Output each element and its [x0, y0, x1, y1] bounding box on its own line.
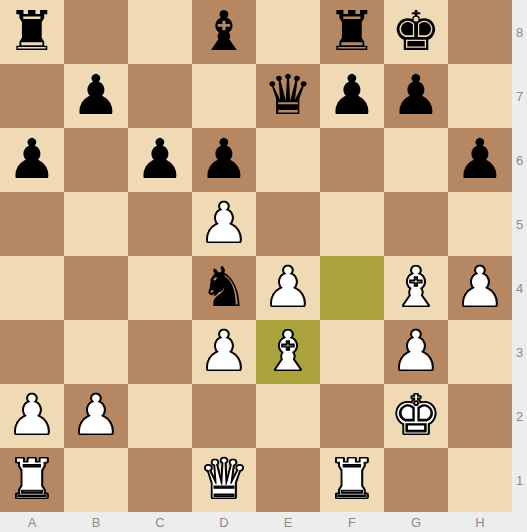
square-d4[interactable]: ♞ [192, 256, 256, 320]
piece-white-pawn[interactable]: ♟ [0, 384, 64, 448]
square-a7[interactable] [0, 64, 64, 128]
piece-white-king[interactable]: ♚ [384, 384, 448, 448]
square-f4[interactable] [320, 256, 384, 320]
square-e3[interactable]: ♝ [256, 320, 320, 384]
square-d6[interactable]: ♟ [192, 128, 256, 192]
square-f3[interactable] [320, 320, 384, 384]
square-a6[interactable]: ♟ [0, 128, 64, 192]
square-c1[interactable] [128, 448, 192, 512]
piece-black-bishop[interactable]: ♝ [192, 0, 256, 64]
file-label-a: A [0, 512, 64, 532]
rank-label-2: 2 [512, 384, 527, 448]
square-d2[interactable] [192, 384, 256, 448]
square-h5[interactable] [448, 192, 512, 256]
rank-label-8: 8 [512, 0, 527, 64]
square-e7[interactable]: ♛ [256, 64, 320, 128]
square-b6[interactable] [64, 128, 128, 192]
file-label-e: E [256, 512, 320, 532]
square-c5[interactable] [128, 192, 192, 256]
square-c4[interactable] [128, 256, 192, 320]
piece-white-pawn[interactable]: ♟ [256, 256, 320, 320]
square-e6[interactable] [256, 128, 320, 192]
square-h6[interactable]: ♟ [448, 128, 512, 192]
square-b5[interactable] [64, 192, 128, 256]
square-h1[interactable] [448, 448, 512, 512]
square-a2[interactable]: ♟ [0, 384, 64, 448]
square-g3[interactable]: ♟ [384, 320, 448, 384]
square-f2[interactable] [320, 384, 384, 448]
file-label-d: D [192, 512, 256, 532]
square-c8[interactable] [128, 0, 192, 64]
square-g5[interactable] [384, 192, 448, 256]
square-c6[interactable]: ♟ [128, 128, 192, 192]
square-g7[interactable]: ♟ [384, 64, 448, 128]
piece-black-pawn[interactable]: ♟ [448, 128, 512, 192]
piece-white-bishop[interactable]: ♝ [256, 320, 320, 384]
square-h7[interactable] [448, 64, 512, 128]
square-c2[interactable] [128, 384, 192, 448]
square-f8[interactable]: ♜ [320, 0, 384, 64]
file-labels: ABCDEFGH [0, 512, 512, 532]
piece-black-pawn[interactable]: ♟ [192, 128, 256, 192]
square-b8[interactable] [64, 0, 128, 64]
square-f7[interactable]: ♟ [320, 64, 384, 128]
rank-label-6: 6 [512, 128, 527, 192]
square-b1[interactable] [64, 448, 128, 512]
square-g1[interactable] [384, 448, 448, 512]
square-e2[interactable] [256, 384, 320, 448]
piece-black-pawn[interactable]: ♟ [64, 64, 128, 128]
square-e1[interactable] [256, 448, 320, 512]
rank-label-5: 5 [512, 192, 527, 256]
square-e5[interactable] [256, 192, 320, 256]
square-e4[interactable]: ♟ [256, 256, 320, 320]
square-d5[interactable]: ♟ [192, 192, 256, 256]
rank-label-1: 1 [512, 448, 527, 512]
piece-black-queen[interactable]: ♛ [256, 64, 320, 128]
square-c7[interactable] [128, 64, 192, 128]
piece-black-king[interactable]: ♚ [384, 0, 448, 64]
chess-board[interactable]: ♜♝♜♚♟♛♟♟♟♟♟♟♟♞♟♝♟♟♝♟♟♟♚♜♛♜ [0, 0, 512, 512]
rank-label-3: 3 [512, 320, 527, 384]
square-d7[interactable] [192, 64, 256, 128]
square-a8[interactable]: ♜ [0, 0, 64, 64]
piece-white-pawn[interactable]: ♟ [448, 256, 512, 320]
piece-white-rook[interactable]: ♜ [320, 448, 384, 512]
square-e8[interactable] [256, 0, 320, 64]
square-a5[interactable] [0, 192, 64, 256]
square-h3[interactable] [448, 320, 512, 384]
file-label-h: H [448, 512, 512, 532]
square-f1[interactable]: ♜ [320, 448, 384, 512]
piece-black-rook[interactable]: ♜ [0, 0, 64, 64]
square-f6[interactable] [320, 128, 384, 192]
rank-label-7: 7 [512, 64, 527, 128]
square-a4[interactable] [0, 256, 64, 320]
piece-black-pawn[interactable]: ♟ [128, 128, 192, 192]
square-g8[interactable]: ♚ [384, 0, 448, 64]
piece-white-bishop[interactable]: ♝ [384, 256, 448, 320]
piece-black-pawn[interactable]: ♟ [384, 64, 448, 128]
square-a3[interactable] [0, 320, 64, 384]
chess-app: ♜♝♜♚♟♛♟♟♟♟♟♟♟♞♟♝♟♟♝♟♟♟♚♜♛♜ 87654321 ABCD… [0, 0, 527, 532]
file-label-b: B [64, 512, 128, 532]
square-a1[interactable]: ♜ [0, 448, 64, 512]
piece-white-pawn[interactable]: ♟ [384, 320, 448, 384]
square-h2[interactable] [448, 384, 512, 448]
square-h4[interactable]: ♟ [448, 256, 512, 320]
square-b3[interactable] [64, 320, 128, 384]
piece-black-knight[interactable]: ♞ [192, 256, 256, 320]
square-f5[interactable] [320, 192, 384, 256]
file-label-c: C [128, 512, 192, 532]
square-g2[interactable]: ♚ [384, 384, 448, 448]
piece-white-pawn[interactable]: ♟ [192, 192, 256, 256]
square-b2[interactable]: ♟ [64, 384, 128, 448]
piece-black-rook[interactable]: ♜ [320, 0, 384, 64]
square-g6[interactable] [384, 128, 448, 192]
piece-white-queen[interactable]: ♛ [192, 448, 256, 512]
rank-labels: 87654321 [512, 0, 527, 512]
piece-white-pawn[interactable]: ♟ [192, 320, 256, 384]
square-h8[interactable] [448, 0, 512, 64]
piece-white-rook[interactable]: ♜ [0, 448, 64, 512]
square-b4[interactable] [64, 256, 128, 320]
piece-black-pawn[interactable]: ♟ [320, 64, 384, 128]
square-d8[interactable]: ♝ [192, 0, 256, 64]
rank-label-4: 4 [512, 256, 527, 320]
square-b7[interactable]: ♟ [64, 64, 128, 128]
file-label-g: G [384, 512, 448, 532]
square-d3[interactable]: ♟ [192, 320, 256, 384]
square-d1[interactable]: ♛ [192, 448, 256, 512]
square-c3[interactable] [128, 320, 192, 384]
square-g4[interactable]: ♝ [384, 256, 448, 320]
piece-white-pawn[interactable]: ♟ [64, 384, 128, 448]
piece-black-pawn[interactable]: ♟ [0, 128, 64, 192]
file-label-f: F [320, 512, 384, 532]
